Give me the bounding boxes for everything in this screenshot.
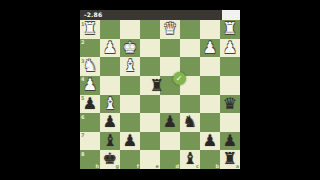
square-h6[interactable]: 6: [80, 113, 100, 132]
square-g2[interactable]: ♟: [100, 39, 120, 58]
square-b8[interactable]: b: [200, 150, 220, 169]
square-g6[interactable]: ♟: [100, 113, 120, 132]
square-e1[interactable]: [140, 20, 160, 39]
square-f8[interactable]: f: [120, 150, 140, 169]
piece-black-rook[interactable]: ♜: [220, 150, 240, 169]
rank-coordinate-label: 6: [81, 114, 84, 120]
square-a1[interactable]: ♜: [220, 20, 240, 39]
square-h3[interactable]: 3♞: [80, 57, 100, 76]
piece-white-pawn[interactable]: ♟: [80, 76, 100, 95]
piece-black-pawn[interactable]: ♟: [160, 113, 180, 132]
evaluation-bar-black-segment: -2.86: [80, 10, 222, 20]
square-c8[interactable]: c♝: [180, 150, 200, 169]
piece-white-bishop[interactable]: ♝: [100, 95, 120, 114]
square-f6[interactable]: [120, 113, 140, 132]
checkmark-icon: ✓: [176, 72, 183, 85]
rank-coordinate-label: 2: [81, 39, 84, 45]
piece-white-rook[interactable]: ♜: [80, 20, 100, 39]
piece-black-pawn[interactable]: ♟: [100, 113, 120, 132]
square-h1[interactable]: 1♜: [80, 20, 100, 39]
piece-white-bishop[interactable]: ♝: [120, 57, 140, 76]
square-b4[interactable]: [200, 76, 220, 95]
square-c2[interactable]: [180, 39, 200, 58]
chess-board[interactable]: 1♜♛♜2♟♚♟♟3♞♝4♟♜5♟♝♛6♟♟♞7♝♟♟♟8hg♚fedc♝ba♜: [80, 20, 240, 169]
best-move-checkmark-badge: ✓: [173, 72, 186, 85]
piece-white-pawn[interactable]: ♟: [100, 39, 120, 58]
square-f2[interactable]: ♚: [120, 39, 140, 58]
square-h2[interactable]: 2: [80, 39, 100, 58]
square-f5[interactable]: [120, 95, 140, 114]
square-c1[interactable]: [180, 20, 200, 39]
square-d7[interactable]: [160, 132, 180, 151]
piece-black-pawn[interactable]: ♟: [80, 95, 100, 114]
square-b3[interactable]: [200, 57, 220, 76]
piece-black-pawn[interactable]: ♟: [220, 132, 240, 151]
square-g1[interactable]: [100, 20, 120, 39]
square-a5[interactable]: ♛: [220, 95, 240, 114]
square-a6[interactable]: [220, 113, 240, 132]
square-d5[interactable]: [160, 95, 180, 114]
square-a7[interactable]: ♟: [220, 132, 240, 151]
piece-black-pawn[interactable]: ♟: [200, 132, 220, 151]
square-c5[interactable]: [180, 95, 200, 114]
square-f1[interactable]: [120, 20, 140, 39]
piece-white-pawn[interactable]: ♟: [200, 39, 220, 58]
video-frame: { "game": "chess", "app_style": "chess.c…: [0, 0, 320, 180]
square-a3[interactable]: [220, 57, 240, 76]
piece-black-knight[interactable]: ♞: [180, 113, 200, 132]
square-d2[interactable]: [160, 39, 180, 58]
file-coordinate-label: f: [137, 163, 139, 169]
piece-black-bishop[interactable]: ♝: [100, 132, 120, 151]
square-f3[interactable]: ♝: [120, 57, 140, 76]
square-e3[interactable]: [140, 57, 160, 76]
square-e6[interactable]: [140, 113, 160, 132]
piece-black-pawn[interactable]: ♟: [120, 132, 140, 151]
square-a2[interactable]: ♟: [220, 39, 240, 58]
square-f7[interactable]: ♟: [120, 132, 140, 151]
square-b6[interactable]: [200, 113, 220, 132]
square-g4[interactable]: [100, 76, 120, 95]
piece-black-queen[interactable]: ♛: [220, 95, 240, 114]
square-b7[interactable]: ♟: [200, 132, 220, 151]
square-e8[interactable]: e: [140, 150, 160, 169]
rank-coordinate-label: 8: [81, 151, 84, 157]
square-f4[interactable]: [120, 76, 140, 95]
rank-coordinate-label: 7: [81, 132, 84, 138]
square-b2[interactable]: ♟: [200, 39, 220, 58]
square-g3[interactable]: [100, 57, 120, 76]
square-g8[interactable]: g♚: [100, 150, 120, 169]
piece-white-queen[interactable]: ♛: [160, 20, 180, 39]
square-e5[interactable]: [140, 95, 160, 114]
square-a4[interactable]: [220, 76, 240, 95]
piece-white-rook[interactable]: ♜: [220, 20, 240, 39]
file-coordinate-label: d: [175, 163, 179, 169]
square-e2[interactable]: [140, 39, 160, 58]
square-b1[interactable]: [200, 20, 220, 39]
piece-white-pawn[interactable]: ♟: [220, 39, 240, 58]
square-c6[interactable]: ♞: [180, 113, 200, 132]
file-coordinate-label: b: [215, 163, 219, 169]
file-coordinate-label: h: [95, 163, 99, 169]
evaluation-bar: -2.86: [80, 10, 240, 20]
file-coordinate-label: e: [156, 163, 159, 169]
square-b5[interactable]: [200, 95, 220, 114]
piece-white-king[interactable]: ♚: [120, 39, 140, 58]
square-h8[interactable]: 8h: [80, 150, 100, 169]
square-e7[interactable]: [140, 132, 160, 151]
piece-white-knight[interactable]: ♞: [80, 57, 100, 76]
square-d1[interactable]: ♛: [160, 20, 180, 39]
square-d8[interactable]: d: [160, 150, 180, 169]
square-h7[interactable]: 7: [80, 132, 100, 151]
square-d6[interactable]: ♟: [160, 113, 180, 132]
square-h5[interactable]: 5♟: [80, 95, 100, 114]
square-g7[interactable]: ♝: [100, 132, 120, 151]
square-c7[interactable]: [180, 132, 200, 151]
square-g5[interactable]: ♝: [100, 95, 120, 114]
piece-black-bishop[interactable]: ♝: [180, 150, 200, 169]
piece-black-king[interactable]: ♚: [100, 150, 120, 169]
piece-black-rook[interactable]: ♜: [147, 77, 167, 96]
square-h4[interactable]: 4♟: [80, 76, 100, 95]
square-a8[interactable]: a♜: [220, 150, 240, 169]
